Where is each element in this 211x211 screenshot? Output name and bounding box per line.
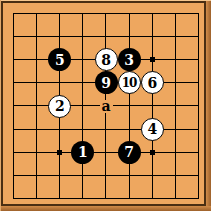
stone-white-2: 2 bbox=[48, 95, 71, 118]
stone-move-number: 5 bbox=[55, 53, 65, 67]
stone-black-1: 1 bbox=[71, 141, 94, 164]
point-label-a[interactable]: a bbox=[100, 100, 113, 113]
hoshi-star-point bbox=[57, 150, 62, 155]
stone-white-4: 4 bbox=[141, 118, 164, 141]
stone-move-number: 9 bbox=[101, 76, 111, 90]
stone-move-number: 2 bbox=[55, 99, 65, 113]
stone-move-number: 10 bbox=[122, 77, 137, 89]
stone-move-number: 3 bbox=[124, 53, 134, 67]
stone-black-3: 3 bbox=[118, 48, 141, 71]
stone-move-number: 8 bbox=[101, 53, 111, 67]
frame-shadow-bottom bbox=[1, 206, 211, 211]
stone-move-number: 4 bbox=[147, 122, 157, 136]
stone-white-10: 10 bbox=[118, 71, 141, 94]
stone-white-6: 6 bbox=[141, 71, 164, 94]
hoshi-star-point bbox=[150, 57, 155, 62]
frame-shadow-right bbox=[206, 1, 211, 211]
stone-white-8: 8 bbox=[95, 48, 118, 71]
go-board: a 12345678910 bbox=[0, 0, 211, 211]
hoshi-star-point bbox=[150, 150, 155, 155]
stone-black-7: 7 bbox=[118, 141, 141, 164]
stone-move-number: 1 bbox=[78, 145, 88, 159]
stone-move-number: 6 bbox=[147, 76, 157, 90]
stone-black-9: 9 bbox=[95, 71, 118, 94]
stone-move-number: 7 bbox=[124, 145, 134, 159]
